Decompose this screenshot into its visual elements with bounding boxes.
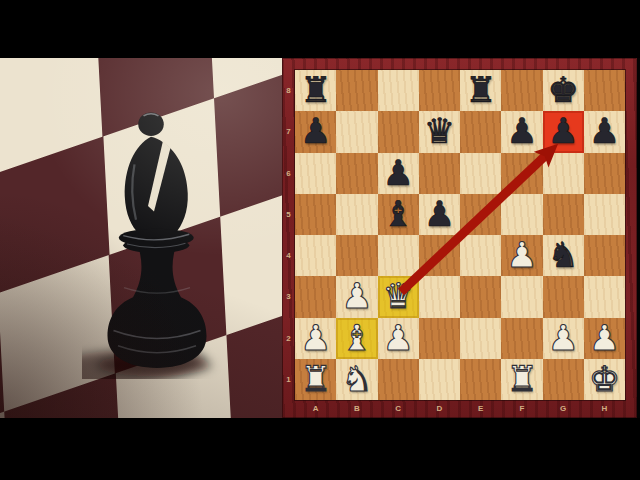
square-f7: ♟ — [501, 111, 542, 152]
piece-white-rook: ♜ — [300, 359, 331, 400]
file-label: E — [460, 400, 501, 416]
square-d8 — [419, 70, 460, 111]
file-label: G — [543, 400, 584, 416]
square-d4 — [419, 235, 460, 276]
square-b4 — [336, 235, 377, 276]
piece-white-pawn: ♟ — [341, 276, 372, 317]
chess-board: ♜♜♚♟♛♟♟♟♟♝♟♟♞♟♛♟♝♟♟♟♜♞♜♚ — [295, 70, 625, 400]
photo-vignette — [0, 58, 282, 418]
rank-label: 4 — [282, 235, 295, 276]
square-h1: ♚ — [584, 359, 625, 400]
piece-black-bishop: ♝ — [382, 194, 413, 235]
piece-black-rook: ♜ — [300, 70, 331, 111]
piece-white-bishop: ♝ — [341, 318, 372, 359]
piece-white-queen: ♛ — [382, 276, 413, 317]
piece-white-knight: ♞ — [341, 359, 372, 400]
square-d1 — [419, 359, 460, 400]
square-b6 — [336, 153, 377, 194]
frame-content: 8 7 6 5 4 3 2 1 ♜♜♚♟♛♟♟♟♟♝♟♟♞♟♛♟♝♟♟♟♜♞♜♚… — [0, 58, 640, 418]
square-g2: ♟ — [543, 318, 584, 359]
rank-label: 2 — [282, 318, 295, 359]
square-h8 — [584, 70, 625, 111]
file-label: F — [501, 400, 542, 416]
square-g8: ♚ — [543, 70, 584, 111]
piece-black-rook: ♜ — [465, 70, 496, 111]
piece-white-pawn: ♟ — [300, 318, 331, 359]
square-h6 — [584, 153, 625, 194]
piece-black-queen: ♛ — [424, 111, 455, 152]
square-b7 — [336, 111, 377, 152]
square-b2: ♝ — [336, 318, 377, 359]
square-e2 — [460, 318, 501, 359]
piece-white-pawn: ♟ — [589, 318, 620, 359]
piece-white-king: ♚ — [589, 359, 620, 400]
piece-black-pawn: ♟ — [506, 111, 537, 152]
square-a7: ♟ — [295, 111, 336, 152]
rank-label: 1 — [282, 359, 295, 400]
square-h5 — [584, 194, 625, 235]
square-a1: ♜ — [295, 359, 336, 400]
chess-diagram: 8 7 6 5 4 3 2 1 ♜♜♚♟♛♟♟♟♟♝♟♟♞♟♛♟♝♟♟♟♜♞♜♚… — [282, 58, 637, 418]
file-label: H — [584, 400, 625, 416]
square-g5 — [543, 194, 584, 235]
square-e4 — [460, 235, 501, 276]
rank-label: 7 — [282, 111, 295, 152]
video-frame: 8 7 6 5 4 3 2 1 ♜♜♚♟♛♟♟♟♟♝♟♟♞♟♛♟♝♟♟♟♜♞♜♚… — [0, 0, 640, 480]
square-g1 — [543, 359, 584, 400]
piece-white-pawn: ♟ — [547, 318, 578, 359]
square-d5: ♟ — [419, 194, 460, 235]
square-c5: ♝ — [378, 194, 419, 235]
square-a6 — [295, 153, 336, 194]
piece-black-pawn: ♟ — [547, 111, 578, 152]
square-d3 — [419, 276, 460, 317]
square-h3 — [584, 276, 625, 317]
square-b5 — [336, 194, 377, 235]
piece-black-pawn: ♟ — [589, 111, 620, 152]
piece-white-pawn: ♟ — [382, 318, 413, 359]
square-d6 — [419, 153, 460, 194]
square-a4 — [295, 235, 336, 276]
square-e8: ♜ — [460, 70, 501, 111]
square-b1: ♞ — [336, 359, 377, 400]
square-f3 — [501, 276, 542, 317]
square-h2: ♟ — [584, 318, 625, 359]
rank-labels: 8 7 6 5 4 3 2 1 — [282, 70, 295, 400]
piece-black-pawn: ♟ — [382, 153, 413, 194]
file-label: D — [419, 400, 460, 416]
square-a3 — [295, 276, 336, 317]
bishop-photo — [0, 58, 282, 418]
square-g4: ♞ — [543, 235, 584, 276]
square-d7: ♛ — [419, 111, 460, 152]
square-g3 — [543, 276, 584, 317]
square-f5 — [501, 194, 542, 235]
square-c4 — [378, 235, 419, 276]
square-e6 — [460, 153, 501, 194]
square-f2 — [501, 318, 542, 359]
file-label: B — [336, 400, 377, 416]
square-a2: ♟ — [295, 318, 336, 359]
piece-white-rook: ♜ — [506, 359, 537, 400]
square-f1: ♜ — [501, 359, 542, 400]
square-c2: ♟ — [378, 318, 419, 359]
letterbox-top — [0, 0, 640, 58]
file-label: A — [295, 400, 336, 416]
file-labels: A B C D E F G H — [295, 400, 625, 416]
square-c7 — [378, 111, 419, 152]
file-label: C — [378, 400, 419, 416]
square-e5 — [460, 194, 501, 235]
square-c1 — [378, 359, 419, 400]
square-f6 — [501, 153, 542, 194]
rank-label: 6 — [282, 153, 295, 194]
square-a5 — [295, 194, 336, 235]
square-a8: ♜ — [295, 70, 336, 111]
piece-black-pawn: ♟ — [424, 194, 455, 235]
piece-white-pawn: ♟ — [506, 235, 537, 276]
square-g6 — [543, 153, 584, 194]
letterbox-bottom — [0, 418, 640, 480]
square-b8 — [336, 70, 377, 111]
square-b3: ♟ — [336, 276, 377, 317]
square-g7: ♟ — [543, 111, 584, 152]
square-c6: ♟ — [378, 153, 419, 194]
square-d2 — [419, 318, 460, 359]
piece-black-pawn: ♟ — [300, 111, 331, 152]
square-h7: ♟ — [584, 111, 625, 152]
rank-label: 3 — [282, 276, 295, 317]
square-c8 — [378, 70, 419, 111]
piece-black-knight: ♞ — [547, 235, 578, 276]
square-f4: ♟ — [501, 235, 542, 276]
rank-label: 5 — [282, 194, 295, 235]
square-c3: ♛ — [378, 276, 419, 317]
square-e1 — [460, 359, 501, 400]
rank-label: 8 — [282, 70, 295, 111]
square-f8 — [501, 70, 542, 111]
square-e7 — [460, 111, 501, 152]
piece-black-king: ♚ — [547, 70, 578, 111]
square-e3 — [460, 276, 501, 317]
square-h4 — [584, 235, 625, 276]
